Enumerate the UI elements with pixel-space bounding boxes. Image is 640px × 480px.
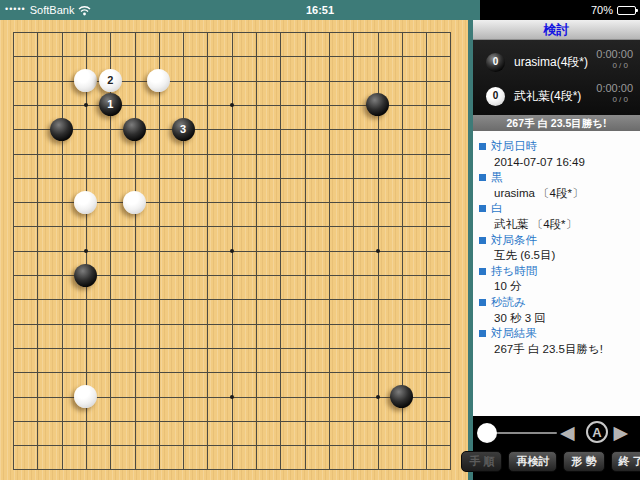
black-stone: [74, 264, 97, 287]
white-captures-stone-icon: 0: [486, 87, 505, 106]
result-banner: 267手 白 23.5目勝ち!: [473, 115, 640, 131]
info-label: 対局日時: [473, 139, 640, 155]
info-value: 互先 (6.5目): [473, 248, 640, 264]
star-point: [376, 249, 380, 253]
info-value: 2014-07-07 16:49: [473, 155, 640, 171]
white-stone: [74, 385, 97, 408]
star-point: [84, 103, 88, 107]
black-captures-stone-icon: 0: [486, 53, 505, 72]
move-number-label: 1: [107, 99, 113, 110]
black-player-name: urasima(4段*): [514, 54, 588, 71]
playback-controls: ◀ A ▶ 手 順再検討形 勢終 了: [473, 416, 640, 480]
white-player-periods: 0 / 0: [596, 95, 628, 104]
move-number-label: 2: [107, 75, 113, 86]
black-stone: [366, 93, 389, 116]
info-value: urasima 〔4段*〕: [473, 186, 640, 202]
star-point: [230, 395, 234, 399]
app-screen: ••••• SoftBank 16:51 70% 213 検討 0 urasim…: [0, 0, 640, 480]
bullet-square-icon: [479, 205, 486, 212]
moves-button[interactable]: 手 順: [461, 451, 502, 472]
clock-time: 16:51: [0, 0, 640, 20]
info-label: 対局条件: [473, 233, 640, 249]
move-slider-thumb[interactable]: [477, 423, 497, 443]
player-row-white: 0 武礼葉(4段*) 0:00:00 0 / 0: [473, 79, 640, 113]
player-clocks-section: 0 urasima(4段*) 0:00:00 0 / 0 0 武礼葉(4段*) …: [473, 40, 640, 115]
bullet-square-icon: [479, 299, 486, 306]
white-stone: [74, 191, 97, 214]
white-stone: 2: [99, 69, 122, 92]
black-stone: 1: [99, 93, 122, 116]
star-point: [84, 249, 88, 253]
player-row-black: 0 urasima(4段*) 0:00:00 0 / 0: [473, 45, 640, 79]
black-player-time: 0:00:00: [596, 48, 633, 60]
white-stone: [147, 69, 170, 92]
reexamine-button[interactable]: 再検討: [508, 451, 557, 472]
black-stone: 3: [172, 118, 195, 141]
white-stone: [123, 191, 146, 214]
white-stone: [74, 69, 97, 92]
black-stone: [50, 118, 73, 141]
star-point: [230, 103, 234, 107]
star-point: [230, 249, 234, 253]
battery-percent: 70%: [591, 4, 613, 16]
review-panel: 検討 0 urasima(4段*) 0:00:00 0 / 0 0 武礼葉(4段…: [473, 20, 640, 480]
black-stone: [123, 118, 146, 141]
white-player-name: 武礼葉(4段*): [514, 88, 581, 105]
game-info-list: 対局日時2014-07-07 16:49黒urasima 〔4段*〕白武礼葉 〔…: [473, 131, 640, 416]
bullet-square-icon: [479, 143, 486, 150]
auto-play-button[interactable]: A: [586, 421, 608, 443]
info-value: 10 分: [473, 279, 640, 295]
go-board[interactable]: 213: [0, 20, 468, 480]
white-player-time: 0:00:00: [596, 82, 633, 94]
info-label: 白: [473, 201, 640, 217]
bullet-square-icon: [479, 330, 486, 337]
position-eval-button[interactable]: 形 勢: [563, 451, 604, 472]
info-value: 武礼葉 〔4段*〕: [473, 217, 640, 233]
end-button[interactable]: 終 了: [611, 451, 640, 472]
info-value: 267手 白 23.5目勝ち!: [473, 342, 640, 358]
star-point: [376, 395, 380, 399]
info-label: 秒読み: [473, 295, 640, 311]
action-button-row: 手 順再検討形 勢終 了: [473, 451, 640, 472]
black-stone: [390, 385, 413, 408]
bullet-square-icon: [479, 268, 486, 275]
bullet-square-icon: [479, 237, 486, 244]
info-label: 持ち時間: [473, 264, 640, 280]
info-label: 対局結果: [473, 326, 640, 342]
status-bar: ••••• SoftBank 16:51 70%: [0, 0, 640, 20]
black-player-periods: 0 / 0: [596, 61, 628, 70]
prev-move-button[interactable]: ◀: [560, 422, 575, 444]
info-value: 30 秒 3 回: [473, 311, 640, 327]
next-move-button[interactable]: ▶: [613, 422, 628, 444]
panel-title: 検討: [473, 20, 640, 40]
bullet-square-icon: [479, 174, 486, 181]
move-number-label: 3: [180, 124, 186, 135]
battery-icon: [617, 6, 636, 15]
info-label: 黒: [473, 170, 640, 186]
